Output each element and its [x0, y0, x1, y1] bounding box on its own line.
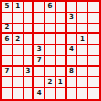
- sudoku-cell-r5c7[interactable]: 4: [67, 45, 78, 56]
- sudoku-cell-r1c9[interactable]: [88, 2, 99, 13]
- sudoku-cell-r9c4[interactable]: 4: [34, 88, 45, 99]
- sudoku-cell-r3c6[interactable]: [56, 24, 67, 35]
- sudoku-cell-r9c9[interactable]: [88, 88, 99, 99]
- sudoku-cell-r1c1[interactable]: 5: [2, 2, 13, 13]
- sudoku-cell-r6c6[interactable]: [56, 56, 67, 67]
- sudoku-cell-r6c8[interactable]: [77, 56, 88, 67]
- sudoku-cell-r8c2[interactable]: [13, 77, 24, 88]
- sudoku-cell-r3c8[interactable]: [77, 24, 88, 35]
- given-digit: 6: [4, 36, 9, 43]
- sudoku-cell-r4c1[interactable]: 6: [2, 34, 13, 45]
- sudoku-cell-r5c2[interactable]: [13, 45, 24, 56]
- sudoku-cell-r3c5[interactable]: [45, 24, 56, 35]
- sudoku-cell-r6c7[interactable]: [67, 56, 78, 67]
- sudoku-cell-r9c3[interactable]: [24, 88, 35, 99]
- sudoku-cell-r7c5[interactable]: [45, 67, 56, 78]
- given-digit: 3: [37, 46, 42, 53]
- sudoku-cell-r2c3[interactable]: [24, 13, 35, 24]
- sudoku-cell-r2c5[interactable]: [45, 13, 56, 24]
- sudoku-cell-r2c9[interactable]: [88, 13, 99, 24]
- sudoku-cell-r2c4[interactable]: [34, 13, 45, 24]
- sudoku-cell-r9c6[interactable]: [56, 88, 67, 99]
- sudoku-cell-r2c6[interactable]: [56, 13, 67, 24]
- sudoku-board: 51632621347738214: [0, 0, 101, 101]
- sudoku-cell-r7c4[interactable]: [34, 67, 45, 78]
- sudoku-cell-r5c1[interactable]: [2, 45, 13, 56]
- sudoku-cell-r6c2[interactable]: [13, 56, 24, 67]
- sudoku-cell-r9c1[interactable]: [2, 88, 13, 99]
- sudoku-cell-r2c7[interactable]: 3: [67, 13, 78, 24]
- sudoku-cell-r8c1[interactable]: [2, 77, 13, 88]
- sudoku-cell-r1c5[interactable]: 6: [45, 2, 56, 13]
- sudoku-cell-r4c2[interactable]: 2: [13, 34, 24, 45]
- sudoku-cell-r7c6[interactable]: [56, 67, 67, 78]
- given-digit: 1: [15, 3, 20, 10]
- given-digit: 6: [48, 3, 53, 10]
- sudoku-cell-r3c2[interactable]: [13, 24, 24, 35]
- sudoku-cell-r6c3[interactable]: [24, 56, 35, 67]
- sudoku-cell-r1c8[interactable]: [77, 2, 88, 13]
- sudoku-cell-r5c5[interactable]: [45, 45, 56, 56]
- sudoku-cell-r6c9[interactable]: [88, 56, 99, 67]
- sudoku-cell-r2c1[interactable]: [2, 13, 13, 24]
- given-digit: 5: [4, 3, 9, 10]
- sudoku-cell-r3c1[interactable]: 2: [2, 24, 13, 35]
- sudoku-cell-r7c3[interactable]: 3: [24, 67, 35, 78]
- sudoku-cell-r8c5[interactable]: 2: [45, 77, 56, 88]
- sudoku-cell-r9c2[interactable]: [13, 88, 24, 99]
- sudoku-cell-r7c8[interactable]: [77, 67, 88, 78]
- given-digit: 4: [37, 90, 42, 97]
- sudoku-cell-r9c8[interactable]: [77, 88, 88, 99]
- given-digit: 2: [48, 79, 53, 86]
- sudoku-cell-r5c6[interactable]: [56, 45, 67, 56]
- sudoku-cell-r5c8[interactable]: [77, 45, 88, 56]
- given-digit: 4: [69, 46, 74, 53]
- sudoku-cell-r3c9[interactable]: [88, 24, 99, 35]
- sudoku-cell-r2c2[interactable]: [13, 13, 24, 24]
- sudoku-cell-r4c3[interactable]: [24, 34, 35, 45]
- sudoku-cell-r6c1[interactable]: [2, 56, 13, 67]
- sudoku-cell-r4c8[interactable]: 1: [77, 34, 88, 45]
- given-digit: 7: [37, 57, 42, 64]
- given-digit: 3: [69, 14, 74, 21]
- sudoku-cell-r7c7[interactable]: 8: [67, 67, 78, 78]
- sudoku-cell-r7c9[interactable]: [88, 67, 99, 78]
- sudoku-cell-r4c9[interactable]: [88, 34, 99, 45]
- sudoku-cell-r1c6[interactable]: [56, 2, 67, 13]
- given-digit: 8: [69, 68, 74, 75]
- sudoku-cell-r8c9[interactable]: [88, 77, 99, 88]
- given-digit: 1: [58, 79, 63, 86]
- sudoku-cell-r7c2[interactable]: [13, 67, 24, 78]
- given-digit: 1: [80, 36, 85, 43]
- sudoku-cell-r4c6[interactable]: [56, 34, 67, 45]
- sudoku-cell-r3c3[interactable]: [24, 24, 35, 35]
- given-digit: 3: [26, 68, 31, 75]
- sudoku-cell-r1c4[interactable]: [34, 2, 45, 13]
- sudoku-cell-r5c9[interactable]: [88, 45, 99, 56]
- given-digit: 2: [15, 36, 20, 43]
- sudoku-cell-r3c4[interactable]: [34, 24, 45, 35]
- sudoku-cell-r9c5[interactable]: [45, 88, 56, 99]
- sudoku-cell-r1c3[interactable]: [24, 2, 35, 13]
- sudoku-cell-r8c3[interactable]: [24, 77, 35, 88]
- sudoku-cell-r7c1[interactable]: 7: [2, 67, 13, 78]
- sudoku-cell-r2c8[interactable]: [77, 13, 88, 24]
- sudoku-cell-r4c5[interactable]: [45, 34, 56, 45]
- sudoku-cell-r8c8[interactable]: [77, 77, 88, 88]
- sudoku-cell-r8c7[interactable]: [67, 77, 78, 88]
- sudoku-cell-r8c6[interactable]: 1: [56, 77, 67, 88]
- sudoku-cell-r4c4[interactable]: [34, 34, 45, 45]
- given-digit: 2: [4, 24, 9, 31]
- sudoku-cell-r9c7[interactable]: [67, 88, 78, 99]
- given-digit: 7: [4, 68, 9, 75]
- sudoku-cell-r4c7[interactable]: [67, 34, 78, 45]
- sudoku-cell-r6c4[interactable]: 7: [34, 56, 45, 67]
- sudoku-cell-r5c3[interactable]: [24, 45, 35, 56]
- sudoku-cell-r8c4[interactable]: [34, 77, 45, 88]
- sudoku-cell-r6c5[interactable]: [45, 56, 56, 67]
- sudoku-cell-r3c7[interactable]: [67, 24, 78, 35]
- sudoku-cell-r1c2[interactable]: 1: [13, 2, 24, 13]
- sudoku-cell-r1c7[interactable]: [67, 2, 78, 13]
- sudoku-cell-r5c4[interactable]: 3: [34, 45, 45, 56]
